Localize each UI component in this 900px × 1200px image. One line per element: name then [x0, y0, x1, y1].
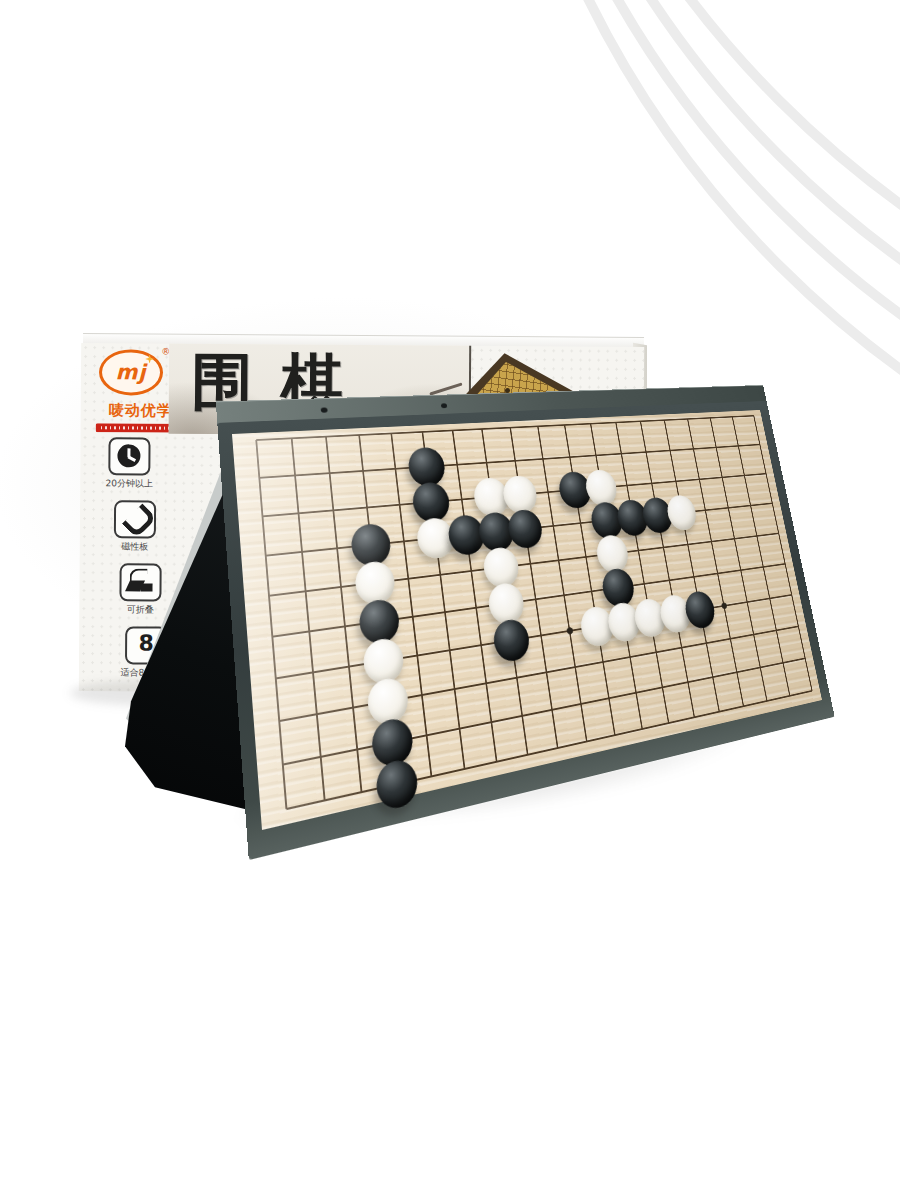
hinge-rivet — [321, 407, 328, 412]
hinge-rivet — [441, 403, 448, 408]
brand-logo: mj ® — [99, 349, 163, 395]
white-stone — [594, 534, 630, 574]
black-stone — [506, 508, 544, 549]
grid-line-horizontal — [276, 594, 792, 679]
grid-line-vertical — [325, 437, 362, 793]
grid-line-vertical — [291, 438, 325, 800]
grid-line-vertical — [640, 421, 695, 717]
grid-line-vertical — [710, 418, 768, 701]
clock-face — [117, 444, 140, 467]
brand-logo-text: mj — [115, 360, 146, 384]
grid-line-horizontal — [259, 444, 760, 479]
feature-magnetic: 磁性板 — [100, 500, 170, 553]
white-stone — [481, 546, 521, 589]
feature-label: 磁性板 — [100, 540, 170, 553]
grid-line-vertical — [687, 419, 744, 706]
fold-icon — [119, 563, 161, 601]
star-point — [721, 602, 728, 609]
feature-label: 可折叠 — [105, 603, 175, 616]
clock-icon — [108, 437, 150, 475]
black-stone — [491, 617, 531, 663]
black-stone — [407, 447, 447, 488]
black-stone — [350, 523, 393, 568]
magnet-glyph — [122, 503, 157, 538]
grid-line-vertical — [664, 420, 720, 712]
grid-line-vertical — [256, 440, 288, 809]
magnet-icon — [114, 500, 156, 538]
star-point — [566, 627, 573, 635]
feature-playtime: 20分钟以上 — [94, 437, 164, 490]
feature-label: 20分钟以上 — [94, 477, 164, 490]
product-photo-go-set: { "game": "go", "product": { "type": "ma… — [0, 0, 900, 1200]
fold-board-part — [140, 583, 152, 591]
feature-foldable: 可折叠 — [105, 563, 175, 616]
white-stone — [501, 475, 539, 515]
black-stone — [411, 481, 452, 523]
white-stone — [583, 469, 619, 507]
